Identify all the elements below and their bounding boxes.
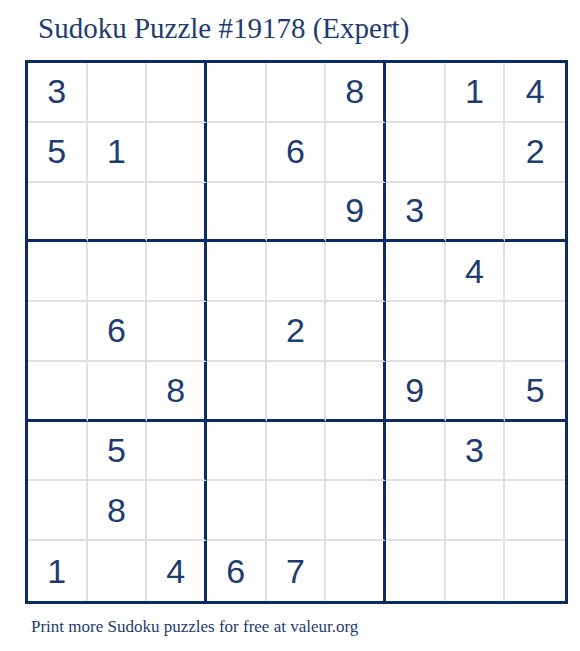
sudoku-cell-r1c9[interactable]: 4 xyxy=(505,63,565,123)
sudoku-cell-r1c3[interactable] xyxy=(147,63,207,123)
given-digit: 4 xyxy=(465,252,484,291)
sudoku-cell-r7c7[interactable] xyxy=(386,422,446,482)
sudoku-cell-r8c6[interactable] xyxy=(326,481,386,541)
sudoku-cell-r7c4[interactable] xyxy=(207,422,267,482)
sudoku-cell-r7c1[interactable] xyxy=(28,422,88,482)
sudoku-cell-r7c9[interactable] xyxy=(505,422,565,482)
sudoku-cell-r8c7[interactable] xyxy=(386,481,446,541)
sudoku-cell-r3c2[interactable] xyxy=(88,183,148,243)
sudoku-cell-r4c5[interactable] xyxy=(267,242,327,302)
sudoku-cell-r5c3[interactable] xyxy=(147,302,207,362)
given-digit: 3 xyxy=(465,431,484,470)
sudoku-cell-r8c5[interactable] xyxy=(267,481,327,541)
sudoku-cell-r8c4[interactable] xyxy=(207,481,267,541)
given-digit: 7 xyxy=(286,552,305,591)
sudoku-cell-r7c3[interactable] xyxy=(147,422,207,482)
given-digit: 3 xyxy=(47,72,66,111)
sudoku-cell-r2c9[interactable]: 2 xyxy=(505,123,565,183)
given-digit: 5 xyxy=(107,431,126,470)
sudoku-cell-r3c9[interactable] xyxy=(505,183,565,243)
sudoku-cell-r9c9[interactable] xyxy=(505,541,565,601)
sudoku-cell-r4c2[interactable] xyxy=(88,242,148,302)
given-digit: 3 xyxy=(405,191,424,230)
sudoku-cell-r8c3[interactable] xyxy=(147,481,207,541)
given-digit: 4 xyxy=(526,72,545,111)
sudoku-cell-r5c2[interactable]: 6 xyxy=(88,302,148,362)
sudoku-cell-r6c6[interactable] xyxy=(326,362,386,422)
given-digit: 2 xyxy=(526,132,545,171)
given-digit: 6 xyxy=(286,132,305,171)
given-digit: 9 xyxy=(345,191,364,230)
sudoku-cell-r6c9[interactable]: 5 xyxy=(505,362,565,422)
sudoku-cell-r4c4[interactable] xyxy=(207,242,267,302)
sudoku-cell-r6c1[interactable] xyxy=(28,362,88,422)
sudoku-cell-r1c7[interactable] xyxy=(386,63,446,123)
given-digit: 8 xyxy=(345,72,364,111)
sudoku-cell-r5c8[interactable] xyxy=(446,302,506,362)
sudoku-cell-r9c3[interactable]: 4 xyxy=(147,541,207,601)
sudoku-cell-r2c7[interactable] xyxy=(386,123,446,183)
sudoku-cell-r3c5[interactable] xyxy=(267,183,327,243)
sudoku-cell-r2c3[interactable] xyxy=(147,123,207,183)
given-digit: 6 xyxy=(226,552,245,591)
sudoku-cell-r2c5[interactable]: 6 xyxy=(267,123,327,183)
sudoku-cell-r1c1[interactable]: 3 xyxy=(28,63,88,123)
sudoku-cell-r6c7[interactable]: 9 xyxy=(386,362,446,422)
sudoku-cell-r1c6[interactable]: 8 xyxy=(326,63,386,123)
sudoku-cell-r1c2[interactable] xyxy=(88,63,148,123)
sudoku-cell-r6c3[interactable]: 8 xyxy=(147,362,207,422)
sudoku-cell-r9c2[interactable] xyxy=(88,541,148,601)
sudoku-cell-r1c5[interactable] xyxy=(267,63,327,123)
given-digit: 1 xyxy=(107,132,126,171)
sudoku-cell-r8c2[interactable]: 8 xyxy=(88,481,148,541)
given-digit: 9 xyxy=(405,371,424,410)
sudoku-cell-r2c1[interactable]: 5 xyxy=(28,123,88,183)
sudoku-cell-r5c4[interactable] xyxy=(207,302,267,362)
sudoku-cell-r4c8[interactable]: 4 xyxy=(446,242,506,302)
sudoku-cell-r2c6[interactable] xyxy=(326,123,386,183)
sudoku-cell-r7c6[interactable] xyxy=(326,422,386,482)
sudoku-cell-r7c8[interactable]: 3 xyxy=(446,422,506,482)
sudoku-cell-r1c4[interactable] xyxy=(207,63,267,123)
sudoku-cell-r2c2[interactable]: 1 xyxy=(88,123,148,183)
sudoku-cell-r6c8[interactable] xyxy=(446,362,506,422)
footer-note: Print more Sudoku puzzles for free at va… xyxy=(31,616,358,638)
sudoku-cell-r6c5[interactable] xyxy=(267,362,327,422)
sudoku-cell-r4c7[interactable] xyxy=(386,242,446,302)
sudoku-cell-r5c9[interactable] xyxy=(505,302,565,362)
sudoku-cell-r4c3[interactable] xyxy=(147,242,207,302)
sudoku-cell-r7c5[interactable] xyxy=(267,422,327,482)
sudoku-cell-r5c5[interactable]: 2 xyxy=(267,302,327,362)
sudoku-cell-r9c4[interactable]: 6 xyxy=(207,541,267,601)
sudoku-cell-r7c2[interactable]: 5 xyxy=(88,422,148,482)
sudoku-cell-r8c9[interactable] xyxy=(505,481,565,541)
sudoku-cell-r2c8[interactable] xyxy=(446,123,506,183)
sudoku-page: Sudoku Puzzle #19178 (Expert) 3814516293… xyxy=(0,0,580,651)
sudoku-cell-r3c3[interactable] xyxy=(147,183,207,243)
sudoku-cell-r9c1[interactable]: 1 xyxy=(28,541,88,601)
given-digit: 6 xyxy=(107,311,126,350)
sudoku-cell-r3c8[interactable] xyxy=(446,183,506,243)
sudoku-cell-r5c7[interactable] xyxy=(386,302,446,362)
sudoku-cell-r8c8[interactable] xyxy=(446,481,506,541)
sudoku-cell-r9c8[interactable] xyxy=(446,541,506,601)
sudoku-cell-r4c9[interactable] xyxy=(505,242,565,302)
given-digit: 4 xyxy=(166,552,185,591)
page-title: Sudoku Puzzle #19178 (Expert) xyxy=(38,11,409,45)
given-digit: 2 xyxy=(286,311,305,350)
sudoku-cell-r8c1[interactable] xyxy=(28,481,88,541)
sudoku-cell-r5c6[interactable] xyxy=(326,302,386,362)
sudoku-cell-r5c1[interactable] xyxy=(28,302,88,362)
sudoku-cell-r9c6[interactable] xyxy=(326,541,386,601)
sudoku-cell-r9c5[interactable]: 7 xyxy=(267,541,327,601)
sudoku-cell-r3c6[interactable]: 9 xyxy=(326,183,386,243)
sudoku-grid: 38145162934628955381467 xyxy=(25,60,568,604)
sudoku-cell-r1c8[interactable]: 1 xyxy=(446,63,506,123)
sudoku-cell-r2c4[interactable] xyxy=(207,123,267,183)
given-digit: 8 xyxy=(107,491,126,530)
sudoku-cell-r3c7[interactable]: 3 xyxy=(386,183,446,243)
given-digit: 5 xyxy=(47,132,66,171)
given-digit: 1 xyxy=(465,72,484,111)
sudoku-cell-r6c4[interactable] xyxy=(207,362,267,422)
sudoku-cell-r4c1[interactable] xyxy=(28,242,88,302)
given-digit: 5 xyxy=(526,371,545,410)
sudoku-cell-r3c4[interactable] xyxy=(207,183,267,243)
given-digit: 8 xyxy=(166,371,185,410)
given-digit: 1 xyxy=(47,552,66,591)
sudoku-cell-r4c6[interactable] xyxy=(326,242,386,302)
sudoku-cell-r9c7[interactable] xyxy=(386,541,446,601)
sudoku-cell-r3c1[interactable] xyxy=(28,183,88,243)
sudoku-cell-r6c2[interactable] xyxy=(88,362,148,422)
